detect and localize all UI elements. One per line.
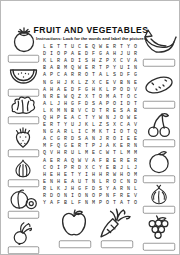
grid-cell: S: [111, 71, 118, 78]
grid-cell: Y: [111, 64, 118, 71]
grid-cell: Z: [83, 78, 90, 85]
banana-icon: [141, 27, 177, 56]
grid-cell: R: [104, 178, 111, 185]
orange-icon: [145, 149, 173, 174]
grid-cell: L: [48, 57, 55, 64]
grid-cell: Y: [104, 185, 111, 192]
grid-cell: M: [41, 142, 48, 149]
grid-cell: N: [104, 192, 111, 199]
grid-cell: B: [118, 78, 125, 85]
grid-cell: K: [69, 78, 76, 85]
grid-cell: T: [69, 171, 76, 178]
grid-cell: D: [41, 50, 48, 57]
grid-cell: P: [97, 199, 104, 206]
grid-cell: T: [111, 199, 118, 206]
grid-cell: O: [55, 192, 62, 199]
grid-cell: A: [69, 178, 76, 185]
grid-cell: Q: [90, 43, 97, 50]
grid-cell: G: [132, 71, 139, 78]
grid-cell: F: [90, 50, 97, 57]
grid-cell: P: [90, 142, 97, 149]
grid-cell: W: [62, 93, 69, 100]
grid-cell: C: [118, 178, 125, 185]
grid-cell: M: [132, 149, 139, 156]
worksheet-page: FRUIT AND VEGETABLES Instructions: Look …: [0, 0, 180, 255]
grid-cell: R: [104, 135, 111, 142]
grid-cell: A: [83, 135, 90, 142]
grid-cell: O: [111, 100, 118, 107]
grid-cell: W: [125, 114, 132, 121]
grid-cell: F: [76, 100, 83, 107]
grid-cell: J: [62, 78, 69, 85]
grid-cell: J: [62, 185, 69, 192]
grid-cell: C: [90, 164, 97, 171]
grid-cell: U: [125, 50, 132, 57]
grid-cell: E: [125, 157, 132, 164]
grid-cell: I: [55, 164, 62, 171]
carrot-icon: [97, 207, 137, 239]
grid-cell: L: [41, 107, 48, 114]
grid-cell: J: [111, 114, 118, 121]
grid-cell: E: [104, 78, 111, 85]
answer-box-peach[interactable]: [8, 211, 39, 219]
grid-cell: E: [41, 178, 48, 185]
grid-cell: R: [118, 157, 125, 164]
grid-cell: R: [62, 128, 69, 135]
grid-cell: A: [97, 71, 104, 78]
grid-cell: D: [90, 107, 97, 114]
grid-cell: O: [118, 128, 125, 135]
grid-cell: N: [125, 178, 132, 185]
grid-cell: E: [118, 142, 125, 149]
grid-cell: I: [83, 171, 90, 178]
grid-cell: A: [48, 199, 55, 206]
grid-cell: H: [90, 171, 97, 178]
grid-cell: R: [118, 192, 125, 199]
grid-cell: A: [48, 64, 55, 71]
grid-cell: E: [62, 171, 69, 178]
grid-cell: U: [69, 149, 76, 156]
grid-cell: C: [83, 107, 90, 114]
grid-cell: D: [118, 71, 125, 78]
grid-cell: K: [48, 107, 55, 114]
grid-cell: E: [125, 135, 132, 142]
grid-cell: P: [55, 114, 62, 121]
grid-cell: M: [90, 128, 97, 135]
answer-box-cherry[interactable]: [143, 140, 175, 148]
grid-cell: O: [97, 93, 104, 100]
grid-cell: D: [125, 100, 132, 107]
grid-cell: A: [97, 100, 104, 107]
grid-cell: J: [76, 121, 83, 128]
grid-cell: Y: [41, 199, 48, 206]
grid-cell: T: [83, 178, 90, 185]
grid-cell: H: [62, 100, 69, 107]
grid-cell: A: [118, 199, 125, 206]
grid-cell: A: [41, 100, 48, 107]
grid-cell: W: [97, 114, 104, 121]
grid-cell: N: [90, 135, 97, 142]
grid-cell: M: [90, 199, 97, 206]
grid-cell: V: [111, 78, 118, 85]
grid-cell: R: [104, 107, 111, 114]
cherry-icon: [144, 111, 174, 138]
grid-cell: Q: [41, 114, 48, 121]
grid-cell: W: [76, 64, 83, 71]
grid-cell: A: [62, 157, 69, 164]
grid-cell: K: [111, 142, 118, 149]
grid-cell: T: [90, 71, 97, 78]
grid-cell: R: [132, 157, 139, 164]
grid-cell: A: [41, 157, 48, 164]
garlic-icon: [11, 158, 35, 179]
grid-cell: L: [76, 149, 83, 156]
grid-cell: R: [69, 71, 76, 78]
grid-cell: A: [111, 185, 118, 192]
grid-cell: T: [55, 121, 62, 128]
grid-cell: G: [55, 135, 62, 142]
grid-cell: H: [48, 114, 55, 121]
grid-cell: X: [83, 93, 90, 100]
lettuce-icon: [9, 95, 37, 116]
grid-cell: H: [48, 86, 55, 93]
grid-cell: F: [55, 199, 62, 206]
answer-box-garlic[interactable]: [8, 180, 39, 188]
grid-cell: P: [111, 86, 118, 93]
grid-cell: M: [104, 93, 111, 100]
grid-cell: M: [83, 149, 90, 156]
grid-cell: O: [90, 192, 97, 199]
grid-cell: C: [41, 164, 48, 171]
grid-cell: Q: [41, 149, 48, 156]
radish-icon: [10, 221, 36, 245]
grid-cell: F: [83, 185, 90, 192]
grid-cell: E: [62, 114, 69, 121]
grid-cell: C: [97, 78, 104, 85]
grid-cell: T: [118, 43, 125, 50]
grid-cell: H: [90, 86, 97, 93]
grid-cell: M: [55, 107, 62, 114]
answer-box-strawberry[interactable]: [8, 150, 39, 158]
grid-cell: V: [48, 149, 55, 156]
grid-cell: E: [76, 50, 83, 57]
answer-box-lettuce[interactable]: [8, 117, 39, 125]
grid-cell: L: [48, 185, 55, 192]
grid-cell: O: [125, 93, 132, 100]
grid-cell: R: [48, 121, 55, 128]
grid-cell: G: [83, 86, 90, 93]
grid-cell: E: [132, 135, 139, 142]
grid-cell: H: [55, 171, 62, 178]
grid-cell: P: [104, 57, 111, 64]
grid-cell: A: [104, 50, 111, 57]
grid-cell: C: [132, 93, 139, 100]
grid-cell: A: [62, 71, 69, 78]
grid-cell: E: [55, 93, 62, 100]
grid-cell: T: [111, 149, 118, 156]
grid-cell: W: [76, 157, 83, 164]
grid-cell: C: [97, 149, 104, 156]
grid-cell: R: [55, 57, 62, 64]
grid-cell: E: [90, 149, 97, 156]
grid-cell: R: [76, 142, 83, 149]
grid-cell: V: [83, 157, 90, 164]
grid-cell: P: [62, 164, 69, 171]
grid-cell: O: [48, 164, 55, 171]
peach-icon: [8, 188, 38, 210]
grid-cell: F: [125, 71, 132, 78]
grid-cell: U: [118, 64, 125, 71]
grid-cell: D: [83, 100, 90, 107]
potato-icon: [142, 72, 176, 98]
grid-cell: L: [125, 164, 132, 171]
grid-cell: Y: [125, 43, 132, 50]
grid-cell: E: [83, 64, 90, 71]
grid-cell: I: [118, 100, 125, 107]
grid-cell: E: [104, 164, 111, 171]
grid-cell: R: [104, 171, 111, 178]
strawberry-icon: [10, 125, 36, 149]
grid-cell: M: [62, 64, 69, 71]
grid-cell: A: [41, 86, 48, 93]
grid-cell: T: [90, 93, 97, 100]
grid-cell: Q: [69, 93, 76, 100]
grid-cell: K: [55, 185, 62, 192]
grid-cell: R: [55, 157, 62, 164]
grid-cell: A: [55, 86, 62, 93]
grid-cell: O: [125, 171, 132, 178]
grid-cell: T: [83, 114, 90, 121]
grid-cell: D: [132, 178, 139, 185]
grid-cell: L: [104, 86, 111, 93]
grid-cell: L: [97, 178, 104, 185]
grid-cell: E: [48, 157, 55, 164]
grid-cell: E: [62, 178, 69, 185]
grid-cell: J: [55, 100, 62, 107]
grid-cell: C: [83, 128, 90, 135]
grid-cell: D: [48, 192, 55, 199]
grid-cell: L: [69, 199, 76, 206]
grid-cell: E: [111, 107, 118, 114]
grid-cell: B: [55, 64, 62, 71]
grid-cell: I: [76, 57, 83, 64]
grid-cell: N: [41, 128, 48, 135]
grid-cell: A: [111, 93, 118, 100]
grid-cell: A: [104, 142, 111, 149]
grid-cell: R: [48, 93, 55, 100]
grid-cell: T: [118, 93, 125, 100]
grid-cell: G: [62, 142, 69, 149]
grid-cell: H: [118, 171, 125, 178]
grid-cell: L: [41, 43, 48, 50]
grid-cell: Y: [76, 171, 83, 178]
answer-box-onion[interactable]: [143, 206, 175, 214]
grid-cell: T: [62, 43, 69, 50]
grid-cell: D: [83, 50, 90, 57]
grid-cell: T: [132, 100, 139, 107]
worksheet-sheet: FRUIT AND VEGETABLES Instructions: Look …: [1, 1, 180, 255]
grid-cell: D: [69, 57, 76, 64]
grid-cell: A: [69, 50, 76, 57]
grid-cell: O: [118, 86, 125, 93]
grid-cell: X: [90, 78, 97, 85]
grid-cell: H: [90, 57, 97, 64]
grid-cell: O: [76, 192, 83, 199]
grid-cell: I: [69, 192, 76, 199]
grid-cell: X: [83, 164, 90, 171]
grid-cell: N: [83, 192, 90, 199]
watermelon-icon: [9, 65, 39, 87]
grid-cell: F: [111, 192, 118, 199]
grid-cell: G: [69, 100, 76, 107]
grid-cell: G: [76, 185, 83, 192]
answer-box-banana[interactable]: [143, 59, 175, 67]
answer-box-radish[interactable]: [8, 247, 39, 255]
grid-cell: Y: [97, 164, 104, 171]
grid-cell: S: [90, 100, 97, 107]
grid-cell: Q: [55, 142, 62, 149]
grid-cell: T: [97, 107, 104, 114]
grid-cell: S: [76, 135, 83, 142]
grid-cell: N: [62, 192, 69, 199]
grid-cell: T: [55, 43, 62, 50]
grid-cell: L: [69, 128, 76, 135]
grid-cell: B: [132, 107, 139, 114]
grid-cell: S: [118, 107, 125, 114]
grid-cell: O: [132, 199, 139, 206]
grid-cell: J: [118, 164, 125, 171]
grid-cell: V: [76, 107, 83, 114]
grid-cell: L: [76, 78, 83, 85]
grid-cell: N: [104, 114, 111, 121]
grid-cell: W: [104, 149, 111, 156]
grid-cell: E: [48, 43, 55, 50]
answer-box-orange[interactable]: [143, 176, 175, 184]
grid-cell: D: [69, 135, 76, 142]
grid-cell: R: [69, 164, 76, 171]
grid-cell: C: [118, 121, 125, 128]
grid-cell: Y: [62, 121, 69, 128]
grid-cell: I: [118, 135, 125, 142]
grid-cell: R: [76, 71, 83, 78]
grapes-icon: [143, 215, 175, 241]
grid-cell: F: [48, 142, 55, 149]
grid-cell: P: [62, 50, 69, 57]
grid-cell: E: [69, 142, 76, 149]
grid-cell: P: [97, 192, 104, 199]
grid-cell: H: [111, 50, 118, 57]
grid-cell: E: [132, 114, 139, 121]
grid-cell: R: [111, 43, 118, 50]
grid-cell: A: [132, 57, 139, 64]
grid-cell: N: [41, 93, 48, 100]
apple-icon: [57, 208, 91, 239]
grid-cell: G: [97, 50, 104, 57]
grid-cell: Q: [69, 157, 76, 164]
grid-cell: D: [69, 86, 76, 93]
grid-cell: N: [125, 185, 132, 192]
grid-cell: S: [97, 185, 104, 192]
grid-cell: K: [83, 121, 90, 128]
grid-cell: B: [104, 157, 111, 164]
grid-cell: O: [104, 199, 111, 206]
grid-cell: T: [104, 128, 111, 135]
grid-cell: E: [48, 171, 55, 178]
grid-cell: S: [104, 121, 111, 128]
grid-cell: J: [97, 142, 104, 149]
grid-cell: P: [48, 71, 55, 78]
grid-cell: U: [69, 43, 76, 50]
grid-cell: L: [118, 149, 125, 156]
grid-cell: K: [97, 86, 104, 93]
answer-box-apple[interactable]: [59, 241, 91, 249]
grid-cell: N: [48, 178, 55, 185]
grid-cell: Z: [97, 121, 104, 128]
grid-cell: R: [41, 192, 48, 199]
grid-cell: L: [90, 121, 97, 128]
grid-cell: D: [76, 164, 83, 171]
grid-cell: H: [69, 185, 76, 192]
grid-cell: E: [83, 43, 90, 50]
grid-cell: L: [132, 185, 139, 192]
grid-cell: F: [76, 199, 83, 206]
grid-cell: R: [62, 135, 69, 142]
grid-cell: N: [62, 107, 69, 114]
grid-cell: V: [125, 57, 132, 64]
grid-cell: F: [76, 86, 83, 93]
answer-box-tomato[interactable]: [8, 55, 39, 63]
word-grid[interactable]: LETTUCEQWERTYODIOPAEDFGAHJURKLRADISHZPXC…: [41, 43, 139, 206]
grid-cell: T: [97, 64, 104, 71]
grid-cell: E: [104, 43, 111, 50]
grid-cell: R: [118, 185, 125, 192]
grid-cell: V: [132, 121, 139, 128]
grid-cell: V: [132, 192, 139, 199]
answer-box-grapes[interactable]: [143, 243, 175, 251]
grid-cell: O: [55, 50, 62, 57]
grid-cell: Z: [76, 93, 83, 100]
grid-cell: J: [118, 50, 125, 57]
grid-cell: Q: [132, 128, 139, 135]
grid-cell: R: [41, 185, 48, 192]
tomato-icon: [11, 27, 37, 53]
grid-cell: H: [41, 171, 48, 178]
grid-cell: N: [132, 142, 139, 149]
grid-cell: N: [41, 78, 48, 85]
grid-cell: M: [132, 171, 139, 178]
grid-cell: H: [55, 149, 62, 156]
grid-cell: L: [48, 100, 55, 107]
grid-cell: O: [111, 135, 118, 142]
grid-cell: N: [125, 78, 132, 85]
grid-cell: T: [125, 128, 132, 135]
answer-box-potato[interactable]: [143, 101, 175, 109]
grid-cell: V: [132, 86, 139, 93]
onion-icon: [145, 184, 173, 205]
grid-cell: N: [90, 178, 97, 185]
grid-cell: N: [132, 64, 139, 71]
grid-cell: A: [90, 157, 97, 164]
grid-cell: H: [55, 178, 62, 185]
grid-cell: W: [111, 171, 118, 178]
grid-cell: B: [69, 107, 76, 114]
grid-cell: J: [132, 164, 139, 171]
grid-cell: U: [69, 121, 76, 128]
grid-cell: E: [125, 192, 132, 199]
grid-cell: D: [125, 86, 132, 93]
answer-box-carrot[interactable]: [101, 241, 133, 249]
grid-cell: G: [48, 128, 55, 135]
